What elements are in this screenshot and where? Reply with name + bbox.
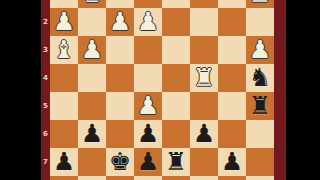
white-rook-a1[interactable]: ♜ — [249, 0, 271, 8]
square-g5[interactable] — [78, 92, 106, 120]
square-a7[interactable] — [246, 148, 274, 176]
white-bishop-h3[interactable]: ♝ — [53, 36, 75, 64]
square-e7[interactable]: ♟ — [134, 148, 162, 176]
square-b2[interactable] — [218, 8, 246, 36]
square-c5[interactable] — [190, 92, 218, 120]
rank-label-column: 12345678 — [41, 0, 50, 180]
square-c4[interactable]: ♜ — [190, 64, 218, 92]
rank-label-5: 5 — [41, 92, 50, 120]
black-king-f7[interactable]: ♚ — [109, 148, 131, 176]
square-d3[interactable] — [162, 36, 190, 64]
black-knight-a4[interactable]: ♞ — [249, 64, 271, 92]
black-rook-d7[interactable]: ♜ — [165, 148, 187, 176]
black-pawn-h7[interactable]: ♟ — [53, 148, 75, 176]
white-pawn-f2[interactable]: ♟ — [109, 8, 131, 36]
square-g2[interactable] — [78, 8, 106, 36]
rank-label-6: 6 — [41, 120, 50, 148]
square-f4[interactable] — [106, 64, 134, 92]
square-g4[interactable] — [78, 64, 106, 92]
square-f5[interactable] — [106, 92, 134, 120]
square-g6[interactable]: ♟ — [78, 120, 106, 148]
white-pawn-e5[interactable]: ♟ — [137, 92, 159, 120]
square-b4[interactable] — [218, 64, 246, 92]
square-g8[interactable] — [78, 176, 106, 180]
square-g7[interactable] — [78, 148, 106, 176]
rank-label-3: 3 — [41, 36, 50, 64]
square-d5[interactable] — [162, 92, 190, 120]
square-a5[interactable]: ♜ — [246, 92, 274, 120]
black-pawn-c6[interactable]: ♟ — [193, 120, 215, 148]
square-e2[interactable]: ♟ — [134, 8, 162, 36]
square-d4[interactable] — [162, 64, 190, 92]
square-c3[interactable] — [190, 36, 218, 64]
square-f7[interactable]: ♚ — [106, 148, 134, 176]
square-f8[interactable] — [106, 176, 134, 180]
square-a2[interactable] — [246, 8, 274, 36]
black-pawn-e6[interactable]: ♟ — [137, 120, 159, 148]
white-king-g1[interactable]: ♚ — [81, 0, 103, 8]
square-b3[interactable] — [218, 36, 246, 64]
chess-board[interactable]: ♚♜♟♟♟♝♟♟♜♞♟♜♟♟♟♟♚♟♜♟ — [50, 0, 274, 180]
rank-label-4: 4 — [41, 64, 50, 92]
square-d1[interactable] — [162, 0, 190, 8]
square-c6[interactable]: ♟ — [190, 120, 218, 148]
black-rook-a5[interactable]: ♜ — [249, 92, 271, 120]
white-rook-c4[interactable]: ♜ — [193, 64, 215, 92]
square-a4[interactable]: ♞ — [246, 64, 274, 92]
square-d2[interactable] — [162, 8, 190, 36]
square-e3[interactable] — [134, 36, 162, 64]
square-e6[interactable]: ♟ — [134, 120, 162, 148]
square-h3[interactable]: ♝ — [50, 36, 78, 64]
square-h2[interactable]: ♟ — [50, 8, 78, 36]
square-f3[interactable] — [106, 36, 134, 64]
square-h6[interactable] — [50, 120, 78, 148]
square-b7[interactable]: ♟ — [218, 148, 246, 176]
white-pawn-h2[interactable]: ♟ — [53, 8, 75, 36]
chess-screenshot: 12345678 ♚♜♟♟♟♝♟♟♜♞♟♜♟♟♟♟♚♟♜♟ — [0, 0, 320, 180]
square-a6[interactable] — [246, 120, 274, 148]
rank-label-8: 8 — [41, 176, 50, 180]
square-e8[interactable] — [134, 176, 162, 180]
black-pawn-e7[interactable]: ♟ — [137, 148, 159, 176]
square-b6[interactable] — [218, 120, 246, 148]
square-a8[interactable] — [246, 176, 274, 180]
square-b5[interactable] — [218, 92, 246, 120]
square-h4[interactable] — [50, 64, 78, 92]
square-f2[interactable]: ♟ — [106, 8, 134, 36]
square-g3[interactable]: ♟ — [78, 36, 106, 64]
square-d6[interactable] — [162, 120, 190, 148]
square-e4[interactable] — [134, 64, 162, 92]
square-b8[interactable] — [218, 176, 246, 180]
square-c8[interactable] — [190, 176, 218, 180]
square-d7[interactable]: ♜ — [162, 148, 190, 176]
white-pawn-e2[interactable]: ♟ — [137, 8, 159, 36]
square-h7[interactable]: ♟ — [50, 148, 78, 176]
rank-label-7: 7 — [41, 148, 50, 176]
white-pawn-a3[interactable]: ♟ — [249, 36, 271, 64]
rank-label-1: 1 — [41, 0, 50, 8]
square-c1[interactable] — [190, 0, 218, 8]
square-b1[interactable] — [218, 0, 246, 8]
black-pawn-g6[interactable]: ♟ — [81, 120, 103, 148]
rank-label-2: 2 — [41, 8, 50, 36]
black-pawn-b7[interactable]: ♟ — [221, 148, 243, 176]
square-g1[interactable]: ♚ — [78, 0, 106, 8]
square-a1[interactable]: ♜ — [246, 0, 274, 8]
square-c2[interactable] — [190, 8, 218, 36]
square-e5[interactable]: ♟ — [134, 92, 162, 120]
square-a3[interactable]: ♟ — [246, 36, 274, 64]
square-f6[interactable] — [106, 120, 134, 148]
square-h8[interactable] — [50, 176, 78, 180]
white-pawn-g3[interactable]: ♟ — [81, 36, 103, 64]
square-d8[interactable] — [162, 176, 190, 180]
square-c7[interactable] — [190, 148, 218, 176]
square-h5[interactable] — [50, 92, 78, 120]
